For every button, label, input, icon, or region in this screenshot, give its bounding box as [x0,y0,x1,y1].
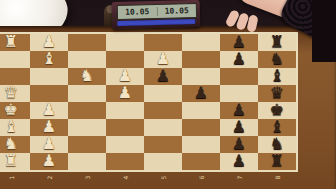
piece-white-pawn-e2[interactable]: ♟ [42,102,56,118]
square-g3[interactable] [68,136,106,153]
rank-label-6: 6 [198,176,205,180]
dark-sleeve [312,0,336,62]
piece-white-queen-d1[interactable]: ♛ [4,85,18,101]
rank-label-5: 5 [160,176,167,180]
square-b6[interactable] [182,51,220,68]
square-f3[interactable] [68,119,106,136]
square-a6[interactable] [182,34,220,51]
piece-white-pawn-d4[interactable]: ♟ [118,85,132,101]
piece-white-pawn-a2[interactable]: ♟ [42,34,56,50]
rank-label-7: 7 [236,176,243,180]
piece-black-knight-g8[interactable]: ♞ [270,136,284,152]
piece-black-pawn-h7[interactable]: ♟ [232,153,246,169]
square-g6[interactable] [182,136,220,153]
piece-black-bishop-f8[interactable]: ♝ [270,119,284,135]
piece-black-king-e8[interactable]: ♚ [270,102,284,118]
rank-label-4: 4 [122,176,129,180]
square-b1[interactable] [0,51,30,68]
clock-right-time: 10.05 [157,6,196,16]
square-h4[interactable] [106,153,144,170]
chess-clock[interactable]: 10.05 10.05 [112,0,201,29]
piece-black-pawn-e7[interactable]: ♟ [232,102,246,118]
piece-black-pawn-c5[interactable]: ♟ [156,68,170,84]
piece-black-pawn-f7[interactable]: ♟ [232,119,246,135]
rank-label-2: 2 [46,176,53,180]
piece-white-pawn-g2[interactable]: ♟ [42,136,56,152]
piece-white-king-e1[interactable]: ♚ [4,102,18,118]
square-e6[interactable] [182,102,220,119]
square-f4[interactable] [106,119,144,136]
piece-white-bishop-f1[interactable]: ♝ [4,119,18,135]
piece-white-rook-a1[interactable]: ♜ [4,34,18,50]
piece-black-pawn-d6[interactable]: ♟ [194,85,208,101]
square-h5[interactable] [144,153,182,170]
clock-display: 10.05 10.05 [117,3,197,20]
square-d3[interactable] [68,85,106,102]
square-f6[interactable] [182,119,220,136]
rank-label-3: 3 [84,176,91,180]
piece-white-pawn-b5[interactable]: ♟ [156,51,170,67]
rank-label-1: 1 [8,176,15,180]
square-c2[interactable] [30,68,68,85]
rank-coordinates: 12345678 [0,174,296,188]
piece-black-pawn-g7[interactable]: ♟ [232,136,246,152]
piece-black-pawn-a7[interactable]: ♟ [232,34,246,50]
piece-white-rook-h1[interactable]: ♜ [4,153,18,169]
square-e3[interactable] [68,102,106,119]
square-h3[interactable] [68,153,106,170]
piece-white-pawn-h2[interactable]: ♟ [42,153,56,169]
square-d5[interactable] [144,85,182,102]
square-a4[interactable] [106,34,144,51]
square-e5[interactable] [144,102,182,119]
square-h6[interactable] [182,153,220,170]
clock-left-time: 10.05 [118,7,157,17]
piece-black-rook-h8[interactable]: ♜ [270,153,284,169]
piece-black-queen-d8[interactable]: ♛ [270,85,284,101]
square-c7[interactable] [220,68,258,85]
square-g5[interactable] [144,136,182,153]
square-g4[interactable] [106,136,144,153]
piece-black-pawn-b7[interactable]: ♟ [232,51,246,67]
piece-white-pawn-f2[interactable]: ♟ [42,119,56,135]
piece-white-bishop-b2[interactable]: ♝ [42,51,56,67]
square-f5[interactable] [144,119,182,136]
square-e4[interactable] [106,102,144,119]
piece-white-pawn-c4[interactable]: ♟ [118,68,132,84]
piece-black-bishop-c8[interactable]: ♝ [270,68,284,84]
piece-black-knight-b8[interactable]: ♞ [270,51,284,67]
piece-white-knight-c3[interactable]: ♞ [80,68,94,84]
piece-black-rook-a8[interactable]: ♜ [270,34,284,50]
board-frame: ♜♟♟♜♝♟♟♞♞♟♟♝♛♟♟♛♚♟♟♚♝♟♟♝♞♟♟♞♜♟♟♜ 1234567… [0,26,336,189]
rank-label-8: 8 [274,176,281,180]
square-a3[interactable] [68,34,106,51]
clock-button-bar[interactable] [117,19,195,26]
piece-white-knight-g1[interactable]: ♞ [4,136,18,152]
tournament-photo: ♜♟♟♜♝♟♟♞♞♟♟♝♛♟♟♛♚♟♟♚♝♟♟♝♞♟♟♞♜♟♟♜ 1234567… [0,0,336,189]
